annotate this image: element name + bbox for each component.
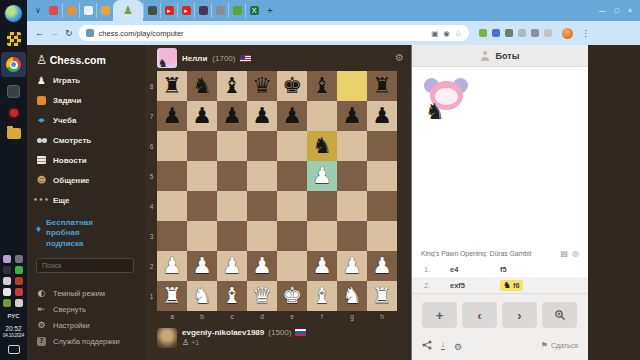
white-pawn: ♟ xyxy=(252,251,272,281)
board-square-a6[interactable] xyxy=(157,131,187,161)
language-indicator[interactable]: РУС xyxy=(8,313,20,319)
folder-icon[interactable] xyxy=(7,128,21,139)
tray-icon[interactable] xyxy=(3,299,11,307)
extension-icon[interactable] xyxy=(492,29,500,37)
board-square-g2[interactable]: ♟ xyxy=(337,251,367,281)
white-king: ♚ xyxy=(282,281,302,311)
opening-explorer-icon[interactable]: ◎ xyxy=(572,249,579,258)
extension-icon[interactable] xyxy=(518,29,526,37)
screen: РУС 20:52 04.10.2024 ∨ ♟▸▸X + — □ × ← → … xyxy=(0,0,640,360)
settings-button[interactable]: Настройки xyxy=(27,317,145,333)
black-rook: ♜ xyxy=(162,71,182,101)
bot-knight-piece-icon: ♞ xyxy=(425,99,445,124)
board-square-a8[interactable]: ♜ xyxy=(157,71,187,101)
board-square-h5[interactable] xyxy=(367,161,397,191)
tab-favicon: X xyxy=(250,6,259,15)
board-square-h4[interactable] xyxy=(367,191,397,221)
board-square-b1[interactable]: ♞ xyxy=(187,281,217,311)
browser-toolbar: ← → ↻ chess.com/play/computer ▣ ◉ ☆ ⋮ xyxy=(27,21,640,45)
system-tray xyxy=(3,255,24,307)
bookmark-star-icon[interactable]: ☆ xyxy=(455,29,462,38)
tab-favicon xyxy=(67,6,76,15)
sidebar-item-social[interactable]: Общение xyxy=(27,170,145,190)
panel-header: Боты xyxy=(412,45,588,67)
board-settings-gear-icon[interactable]: ⚙ xyxy=(395,52,404,63)
gear-icon xyxy=(37,320,45,330)
extension-icon[interactable] xyxy=(531,29,539,37)
board-square-g5[interactable] xyxy=(337,161,367,191)
browser-tab[interactable] xyxy=(211,3,228,18)
opening-name[interactable]: King's Pawn Opening: Düras Gambit xyxy=(421,250,556,257)
black-pawn: ♟ xyxy=(222,101,242,131)
board-square-b7[interactable]: ♟ xyxy=(187,101,217,131)
logo-pawn-icon: ♙ xyxy=(36,53,47,67)
file-label: d xyxy=(247,311,277,323)
white-knight: ♞ xyxy=(342,281,362,311)
browser-tab[interactable] xyxy=(96,3,113,18)
black-move-current[interactable]: ♞ f6 xyxy=(500,280,523,291)
clock-time: 20:52 xyxy=(5,325,21,332)
sidebar-item-more[interactable]: •••Еще xyxy=(27,190,145,210)
bots-panel: Боты ♞ King's Pawn Opening: Düras Gambit… xyxy=(412,45,588,360)
tab-favicon: ♟ xyxy=(124,6,133,15)
white-queen: ♛ xyxy=(252,281,272,311)
reload-icon[interactable]: ↻ xyxy=(65,28,73,38)
board-square-e5[interactable] xyxy=(277,161,307,191)
board-square-e1[interactable]: ♚ xyxy=(277,281,307,311)
tray-icon[interactable] xyxy=(15,299,23,307)
reading-mode-icon[interactable]: ◉ xyxy=(443,29,450,38)
black-rook: ♜ xyxy=(372,71,392,101)
board-square-d8[interactable]: ♛ xyxy=(247,71,277,101)
move-row: 1. e4 f5 xyxy=(412,261,588,277)
extension-icon[interactable] xyxy=(544,29,552,37)
board-square-h6[interactable] xyxy=(367,131,397,161)
board-zone: 87654321 ♜♞♝♛♚♝♜♟♟♟♟♟♟♟♞♟♟♟♟♟♟♟♟♜♞♝♛♚♝♞♜ xyxy=(145,71,412,311)
sidebar-footer: Темный режим Свернуть Настройки ?Служба … xyxy=(27,285,145,349)
tray-icon[interactable] xyxy=(3,277,11,285)
opening-row: King's Pawn Opening: Düras Gambit ▤ ◎ xyxy=(412,246,588,261)
minimize-button[interactable]: — xyxy=(599,7,606,14)
board-square-d3[interactable] xyxy=(247,221,277,251)
help-icon: ? xyxy=(37,337,46,346)
page-background xyxy=(588,45,640,360)
file-labels: abcdefgh xyxy=(157,311,397,323)
maximize-button[interactable]: □ xyxy=(615,7,619,14)
white-pawn: ♟ xyxy=(372,251,392,281)
black-pawn: ♟ xyxy=(342,101,362,131)
browser-tab[interactable] xyxy=(228,3,245,18)
captured-pawn-icon: ♙ xyxy=(182,338,189,347)
white-move[interactable]: exf5 xyxy=(450,281,500,290)
board-square-c3[interactable] xyxy=(217,221,247,251)
rank-label: 2 xyxy=(146,251,157,281)
resign-button[interactable]: ⚑ Сдаться xyxy=(541,341,578,350)
file-label: a xyxy=(157,311,187,323)
file-label: f xyxy=(307,311,337,323)
board-column: Нелли (1700) ⚙ 87654321 ♜♞♝♛♚♝♜♟♟♟♟♟♟♟♞♟… xyxy=(145,45,412,360)
panel-title: Боты xyxy=(496,51,520,61)
tray-icon[interactable] xyxy=(3,266,11,274)
board-square-d6[interactable] xyxy=(247,131,277,161)
file-label: h xyxy=(367,311,397,323)
white-rook: ♜ xyxy=(372,281,392,311)
board-square-d2[interactable]: ♟ xyxy=(247,251,277,281)
board-square-h7[interactable]: ♟ xyxy=(367,101,397,131)
bot-person-icon xyxy=(481,51,490,61)
player-avatar[interactable] xyxy=(157,328,177,348)
search-input[interactable] xyxy=(36,258,134,273)
rank-label: 3 xyxy=(146,221,157,251)
install-icon[interactable]: ▣ xyxy=(431,29,438,38)
chess-pawn-icon xyxy=(37,75,46,86)
black-queen: ♛ xyxy=(252,71,272,101)
black-bishop: ♝ xyxy=(222,71,242,101)
tray-icon[interactable] xyxy=(15,255,23,263)
rank-label: 4 xyxy=(146,191,157,221)
logo-text: Chess.com xyxy=(50,54,106,66)
move-number: 2. xyxy=(424,281,450,290)
file-label: b xyxy=(187,311,217,323)
extension-icon[interactable] xyxy=(479,29,487,37)
browser-menu-icon[interactable]: ⋮ xyxy=(582,29,590,38)
forward-icon[interactable]: → xyxy=(50,28,59,38)
board-square-d4[interactable] xyxy=(247,191,277,221)
board-square-c7[interactable]: ♟ xyxy=(217,101,247,131)
sidebar-item-news[interactable]: Новости xyxy=(27,150,145,170)
chess-board[interactable]: ♜♞♝♛♚♝♜♟♟♟♟♟♟♟♞♟♟♟♟♟♟♟♟♜♞♝♛♚♝♞♜ xyxy=(157,71,397,311)
board-square-c8[interactable]: ♝ xyxy=(217,71,247,101)
player-name[interactable]: evgeniy-nikolaev1989 xyxy=(182,328,264,337)
browser-tab[interactable] xyxy=(194,3,211,18)
knight-move-icon: ♞ xyxy=(503,281,511,290)
browser-tab[interactable] xyxy=(143,3,160,18)
new-tab-button[interactable]: + xyxy=(267,5,273,16)
board-square-h8[interactable]: ♜ xyxy=(367,71,397,101)
collapse-icon xyxy=(38,304,46,314)
us-flag-icon xyxy=(240,55,251,62)
move-list: 1. e4 f5 2. exf5 ♞ f6 xyxy=(412,261,588,293)
tray-icon[interactable] xyxy=(15,266,23,274)
tab-favicon: ▸ xyxy=(182,6,191,15)
panel-footer: + ‹ › xyxy=(412,293,588,360)
tab-favicon xyxy=(199,6,208,15)
tray-icon[interactable] xyxy=(15,288,23,296)
board-square-f7[interactable] xyxy=(307,101,337,131)
board-square-d5[interactable] xyxy=(247,161,277,191)
ru-flag-icon xyxy=(295,329,306,336)
magnifier-icon xyxy=(554,309,566,321)
white-pawn: ♟ xyxy=(162,251,182,281)
chrome-taskbar-item[interactable] xyxy=(1,52,26,77)
puzzle-icon xyxy=(37,96,46,105)
white-pawn: ♟ xyxy=(312,251,332,281)
sidebar-item-learn[interactable]: Учеба xyxy=(27,110,145,130)
rank-labels: 87654321 xyxy=(146,71,157,311)
extension-icons xyxy=(479,29,552,37)
add-button[interactable]: + xyxy=(422,302,457,328)
person-icon xyxy=(37,175,46,185)
tab-favicon xyxy=(233,6,242,15)
board-square-e6[interactable] xyxy=(277,131,307,161)
tray-icon[interactable] xyxy=(3,255,11,263)
record-icon[interactable] xyxy=(8,107,20,119)
player-top-bar: Нелли (1700) ⚙ xyxy=(145,45,412,71)
player-rating: (1500) xyxy=(268,328,291,337)
board-square-c4[interactable] xyxy=(217,191,247,221)
board-square-b8[interactable]: ♞ xyxy=(187,71,217,101)
white-pawn: ♟ xyxy=(192,251,212,281)
more-dots-icon: ••• xyxy=(33,196,49,204)
tab-favicon xyxy=(148,6,157,15)
move-number: 1. xyxy=(424,265,450,274)
board-square-e4[interactable] xyxy=(277,191,307,221)
white-bishop: ♝ xyxy=(222,281,242,311)
white-pawn: ♟ xyxy=(342,251,362,281)
browser-tab-active[interactable]: ♟ xyxy=(113,0,143,21)
rank-label: 6 xyxy=(146,131,157,161)
board-square-f3[interactable] xyxy=(307,221,337,251)
os-taskbar: РУС 20:52 04.10.2024 xyxy=(0,0,27,360)
white-rook: ♜ xyxy=(162,281,182,311)
close-button[interactable]: × xyxy=(628,7,632,14)
chrome-icon xyxy=(6,57,21,72)
board-square-h2[interactable]: ♟ xyxy=(367,251,397,281)
tab-favicon xyxy=(49,6,58,15)
move-row: 2. exf5 ♞ f6 xyxy=(412,277,588,293)
rank-label: 8 xyxy=(146,71,157,101)
black-pawn: ♟ xyxy=(282,101,302,131)
url-text[interactable]: chess.com/play/computer xyxy=(99,29,427,38)
black-knight: ♞ xyxy=(312,131,332,161)
app-icon[interactable] xyxy=(7,85,20,98)
white-pawn: ♟ xyxy=(312,161,332,191)
rank-label: 1 xyxy=(146,281,157,311)
board-square-b4[interactable] xyxy=(187,191,217,221)
browser-tab[interactable]: ▸ xyxy=(177,3,194,18)
file-label: e xyxy=(277,311,307,323)
collapse-button[interactable]: Свернуть xyxy=(27,301,145,317)
board-square-f6[interactable]: ♞ xyxy=(307,131,337,161)
diamond-icon xyxy=(36,218,41,249)
black-pawn: ♟ xyxy=(192,101,212,131)
board-square-h1[interactable]: ♜ xyxy=(367,281,397,311)
site-icon xyxy=(86,29,94,37)
black-king: ♚ xyxy=(282,71,302,101)
rank-label: 5 xyxy=(146,161,157,191)
free-trial-link[interactable]: Бесплатная пробная подписка xyxy=(27,210,145,249)
board-square-d1[interactable]: ♛ xyxy=(247,281,277,311)
board-square-e8[interactable]: ♚ xyxy=(277,71,307,101)
board-square-b5[interactable] xyxy=(187,161,217,191)
chesscom-logo[interactable]: ♙ Chess.com xyxy=(27,50,145,70)
white-pawn: ♟ xyxy=(222,251,242,281)
board-square-e7[interactable]: ♟ xyxy=(277,101,307,131)
prev-move-button[interactable]: ‹ xyxy=(462,302,497,328)
file-label: c xyxy=(217,311,247,323)
tab-strip: ∨ ♟▸▸X + — □ × xyxy=(27,0,640,21)
tray-icon[interactable] xyxy=(15,277,23,285)
player-bottom-bar: evgeniy-nikolaev1989 (1500) ♙ +1 xyxy=(145,328,412,348)
board-square-c1[interactable]: ♝ xyxy=(217,281,247,311)
bot-avatar[interactable]: ♞ xyxy=(424,76,470,122)
browser-tab[interactable] xyxy=(79,3,96,18)
white-knight: ♞ xyxy=(192,281,212,311)
board-square-c2[interactable]: ♟ xyxy=(217,251,247,281)
black-knight: ♞ xyxy=(192,71,212,101)
contrast-icon xyxy=(38,288,46,298)
black-pawn: ♟ xyxy=(372,101,392,131)
next-move-button[interactable]: › xyxy=(502,302,537,328)
opponent-name[interactable]: Нелли xyxy=(182,54,207,63)
clock-date: 04.10.2024 xyxy=(3,333,24,338)
opponent-avatar[interactable] xyxy=(157,48,177,68)
board-square-f5[interactable]: ♟ xyxy=(307,161,337,191)
dark-mode-toggle[interactable]: Темный режим xyxy=(27,285,145,301)
board-square-g3[interactable] xyxy=(337,221,367,251)
browser-tab[interactable]: X xyxy=(245,3,262,18)
board-square-b3[interactable] xyxy=(187,221,217,251)
tab-favicon xyxy=(84,6,93,15)
board-square-g4[interactable] xyxy=(337,191,367,221)
chess-site-page: ♙ Chess.com Играть Задачи Учеба Смотреть… xyxy=(27,45,640,360)
black-bishop: ♝ xyxy=(312,71,332,101)
browser-tab[interactable] xyxy=(62,3,79,18)
board-square-a1[interactable]: ♜ xyxy=(157,281,187,311)
binoculars-icon xyxy=(37,138,42,143)
board-square-c6[interactable] xyxy=(217,131,247,161)
browser-chrome: ∨ ♟▸▸X + — □ × ← → ↻ chess.com/play/comp… xyxy=(27,0,640,45)
analysis-zoom-button[interactable] xyxy=(542,302,577,328)
board-square-e2[interactable] xyxy=(277,251,307,281)
opponent-rating: (1700) xyxy=(212,54,235,63)
board-square-f1[interactable]: ♝ xyxy=(307,281,337,311)
tab-favicon xyxy=(101,6,110,15)
notification-center-icon[interactable] xyxy=(8,345,20,354)
board-square-d7[interactable]: ♟ xyxy=(247,101,277,131)
board-square-c5[interactable] xyxy=(217,161,247,191)
black-pawn: ♟ xyxy=(162,101,182,131)
start-button-icon[interactable] xyxy=(4,4,23,23)
white-bishop: ♝ xyxy=(312,281,332,311)
tab-search-icon[interactable]: ∨ xyxy=(31,6,45,15)
share-icon[interactable] xyxy=(422,340,432,350)
board-square-g7[interactable]: ♟ xyxy=(337,101,367,131)
newspaper-icon xyxy=(37,156,46,164)
black-move[interactable]: f5 xyxy=(500,265,507,274)
sidebar-item-watch[interactable]: Смотреть xyxy=(27,130,145,150)
graduation-cap-icon xyxy=(38,115,45,125)
black-pawn: ♟ xyxy=(252,101,272,131)
rank-label: 7 xyxy=(146,101,157,131)
tabs: ♟▸▸X xyxy=(45,0,262,21)
sidebar-item-play[interactable]: Играть xyxy=(27,70,145,90)
window-controls: — □ × xyxy=(599,7,640,14)
material-advantage: ♙ +1 xyxy=(182,338,306,347)
board-square-g1[interactable]: ♞ xyxy=(337,281,367,311)
tab-favicon: ▸ xyxy=(165,6,174,15)
browser-tab[interactable] xyxy=(45,3,62,18)
opening-book-icon[interactable]: ▤ xyxy=(560,249,568,258)
board-square-a2[interactable]: ♟ xyxy=(157,251,187,281)
board-square-a4[interactable] xyxy=(157,191,187,221)
board-square-g6[interactable] xyxy=(337,131,367,161)
chessboard-app-icon[interactable] xyxy=(7,32,21,46)
white-move[interactable]: e4 xyxy=(450,265,500,274)
board-square-b2[interactable]: ♟ xyxy=(187,251,217,281)
browser-tab[interactable]: ▸ xyxy=(160,3,177,18)
board-square-f2[interactable]: ♟ xyxy=(307,251,337,281)
site-sidebar: ♙ Chess.com Играть Задачи Учеба Смотреть… xyxy=(27,45,145,360)
address-bar[interactable]: chess.com/play/computer ▣ ◉ ☆ xyxy=(79,25,469,41)
support-button[interactable]: ?Служба поддержки xyxy=(27,333,145,349)
board-square-h3[interactable] xyxy=(367,221,397,251)
board-square-a5[interactable] xyxy=(157,161,187,191)
tab-favicon xyxy=(216,6,225,15)
board-square-f8[interactable]: ♝ xyxy=(307,71,337,101)
extension-icon[interactable] xyxy=(505,29,513,37)
download-icon[interactable]: ↓ xyxy=(441,341,445,350)
board-square-g8[interactable] xyxy=(337,71,367,101)
board-square-a3[interactable] xyxy=(157,221,187,251)
tray-icon[interactable] xyxy=(3,288,11,296)
board-square-b6[interactable] xyxy=(187,131,217,161)
board-square-e3[interactable] xyxy=(277,221,307,251)
back-icon[interactable]: ← xyxy=(35,28,44,38)
resign-flag-icon: ⚑ xyxy=(541,341,548,350)
profile-avatar[interactable] xyxy=(562,28,573,39)
settings-gear-icon[interactable] xyxy=(454,336,462,354)
sidebar-item-puzzles[interactable]: Задачи xyxy=(27,90,145,110)
board-square-a7[interactable]: ♟ xyxy=(157,101,187,131)
file-label: g xyxy=(337,311,367,323)
board-square-f4[interactable] xyxy=(307,191,337,221)
